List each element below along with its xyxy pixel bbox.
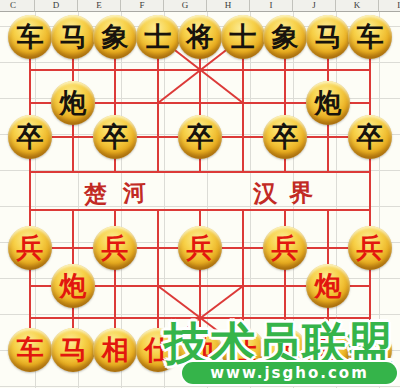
piece-black-f7-r2[interactable]: 炮: [306, 81, 350, 125]
piece-glyph: 炮: [315, 89, 342, 116]
piece-glyph: 马: [60, 336, 87, 363]
piece-glyph: 卒: [17, 123, 44, 150]
piece-glyph: 兵: [102, 234, 129, 261]
piece-red-f2-r6[interactable]: 兵: [93, 226, 137, 270]
piece-glyph: 士: [145, 23, 172, 50]
piece-black-f0-r0[interactable]: 车: [8, 15, 52, 59]
piece-red-f0-r9[interactable]: 车: [8, 328, 52, 372]
piece-glyph: 兵: [272, 234, 299, 261]
piece-black-f8-r3[interactable]: 卒: [348, 115, 392, 159]
piece-red-f1-r7[interactable]: 炮: [51, 264, 95, 308]
piece-red-f6-r6[interactable]: 兵: [263, 226, 307, 270]
piece-black-f4-r3[interactable]: 卒: [178, 115, 222, 159]
piece-black-f6-r0[interactable]: 象: [263, 15, 307, 59]
piece-glyph: 车: [17, 23, 44, 50]
piece-black-f6-r3[interactable]: 卒: [263, 115, 307, 159]
piece-glyph: 车: [357, 23, 384, 50]
piece-black-f4-r0[interactable]: 将: [178, 15, 222, 59]
piece-black-f5-r0[interactable]: 士: [221, 15, 265, 59]
piece-glyph: 马: [60, 23, 87, 50]
piece-glyph: 卒: [187, 123, 214, 150]
piece-glyph: 卒: [102, 123, 129, 150]
piece-black-f2-r3[interactable]: 卒: [93, 115, 137, 159]
piece-black-f8-r0[interactable]: 车: [348, 15, 392, 59]
piece-glyph: 卒: [357, 123, 384, 150]
piece-glyph: 炮: [315, 272, 342, 299]
piece-glyph: 马: [315, 23, 342, 50]
piece-red-f4-r6[interactable]: 兵: [178, 226, 222, 270]
piece-black-f3-r0[interactable]: 士: [136, 15, 180, 59]
piece-red-f0-r6[interactable]: 兵: [8, 226, 52, 270]
piece-black-f2-r0[interactable]: 象: [93, 15, 137, 59]
piece-glyph: 兵: [357, 234, 384, 261]
piece-glyph: 兵: [17, 234, 44, 261]
piece-glyph: 炮: [60, 272, 87, 299]
piece-glyph: 兵: [187, 234, 214, 261]
piece-black-f7-r0[interactable]: 马: [306, 15, 350, 59]
piece-glyph: 相: [102, 336, 129, 363]
piece-glyph: 将: [187, 23, 214, 50]
piece-glyph: 炮: [60, 89, 87, 116]
watermark-url-banner: www.jsgho.com: [182, 362, 397, 384]
piece-red-f2-r9[interactable]: 相: [93, 328, 137, 372]
piece-glyph: 士: [230, 23, 257, 50]
piece-black-f0-r3[interactable]: 卒: [8, 115, 52, 159]
piece-red-f7-r7[interactable]: 炮: [306, 264, 350, 308]
piece-glyph: 车: [17, 336, 44, 363]
piece-red-f1-r9[interactable]: 马: [51, 328, 95, 372]
piece-black-f1-r0[interactable]: 马: [51, 15, 95, 59]
piece-glyph: 卒: [272, 123, 299, 150]
piece-glyph: 象: [272, 23, 299, 50]
piece-glyph: 象: [102, 23, 129, 50]
piece-black-f1-r2[interactable]: 炮: [51, 81, 95, 125]
piece-red-f8-r6[interactable]: 兵: [348, 226, 392, 270]
spreadsheet-canvas: CDEFGHIJKL 楚河 汉界: [0, 0, 400, 388]
